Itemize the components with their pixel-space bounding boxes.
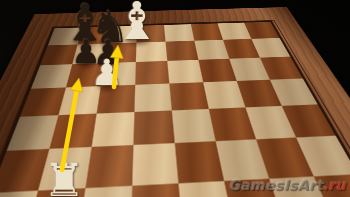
chess-scene: ♝♞♝♟♟♟♜ GamesIsArt.ru [0, 0, 350, 197]
square-e5[interactable] [169, 82, 208, 110]
square-c2[interactable] [78, 186, 133, 197]
square-d3[interactable] [132, 143, 178, 186]
watermark-suffix: .ru [323, 177, 346, 193]
square-a2[interactable] [0, 191, 38, 197]
watermark: GamesIsArt.ru [229, 177, 346, 193]
square-c3[interactable] [85, 145, 133, 188]
watermark-text: GamesIsArt [229, 177, 323, 193]
square-d4[interactable] [133, 110, 174, 145]
square-h8[interactable] [244, 22, 280, 39]
piece-white-pawn-c6[interactable]: ♟ [91, 55, 123, 91]
square-e7[interactable] [166, 41, 199, 61]
square-c4[interactable] [92, 112, 135, 147]
square-d5[interactable] [134, 84, 171, 112]
square-e8[interactable] [164, 24, 194, 41]
square-b4[interactable] [49, 114, 96, 149]
piece-white-rook-b3[interactable]: ♜ [43, 157, 84, 197]
square-e6[interactable] [167, 60, 203, 84]
square-d6[interactable] [135, 61, 169, 85]
square-d2[interactable] [131, 183, 183, 197]
